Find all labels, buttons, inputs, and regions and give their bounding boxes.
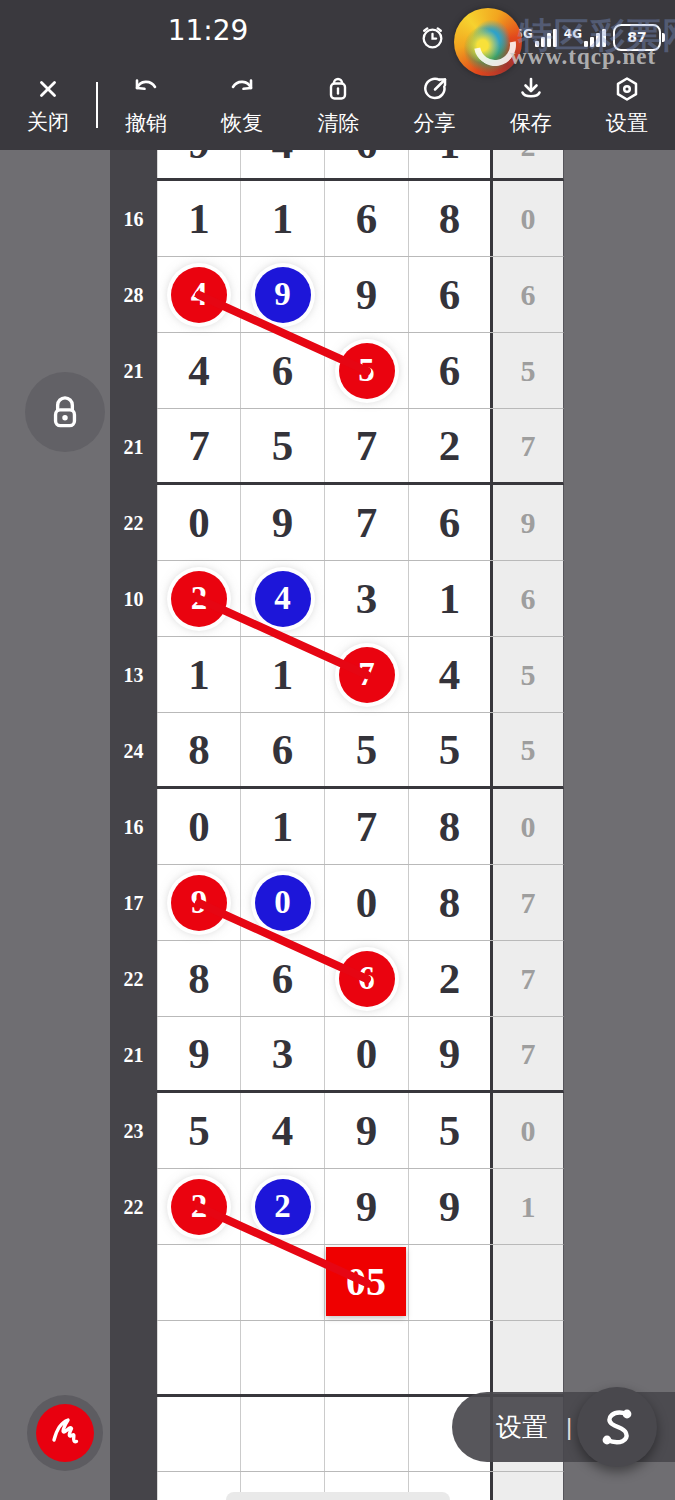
chart-row: 2486555	[110, 713, 563, 789]
tail-digit: 0	[521, 204, 536, 234]
cell-digit: 1	[188, 653, 210, 696]
digit-cell: 1	[241, 789, 325, 864]
digit-cell: 1	[241, 181, 325, 256]
cell-digit: 7	[356, 805, 378, 848]
blue-circle-annotation: 4	[255, 571, 311, 627]
cell-digit: 1	[272, 653, 294, 696]
cell-digit: 2	[439, 424, 461, 467]
digit-cell: 0	[241, 865, 325, 940]
chart-row: 2175727	[110, 409, 563, 485]
trend-chart-grid: 9461216116802849966214656521757272209769…	[110, 150, 563, 1500]
cell-digit: 4	[241, 150, 324, 165]
cell-digit: 8	[188, 957, 210, 1000]
tail-cell: 5	[493, 333, 563, 408]
digit-cell: 5	[157, 1093, 241, 1168]
tail-cell: 2	[493, 150, 563, 178]
cell-digit: 6	[272, 349, 294, 392]
lock-button[interactable]	[25, 372, 105, 452]
red-circle-annotation: 4	[171, 267, 227, 323]
digit-cell: 5	[325, 713, 409, 786]
cell-digit: 6	[272, 728, 294, 771]
chart-row: 2146565	[110, 333, 563, 409]
digit-cell: 1	[409, 561, 493, 636]
row-sum-label: 16	[110, 181, 157, 257]
cell-digit: 5	[356, 728, 378, 771]
cell-digit: 9	[356, 1185, 378, 1228]
pen-scribble-icon	[36, 1404, 94, 1462]
watermark-url: www.tqcp.net	[510, 44, 656, 70]
blue-circle-annotation: 9	[255, 267, 311, 323]
tail-digit: 0	[521, 1116, 536, 1146]
digit-cell: 8	[409, 789, 493, 864]
tail-cell	[493, 1321, 563, 1394]
digit-cell: 2	[409, 941, 493, 1016]
cell-digit: 6	[439, 273, 461, 316]
tail-digit: 7	[521, 1039, 536, 1069]
digit-cell: 6	[409, 333, 493, 408]
share-icon	[420, 74, 450, 104]
redo-icon	[227, 74, 257, 104]
chart-row: 1024316	[110, 561, 563, 637]
digit-cell: 2	[241, 1169, 325, 1244]
annotation-toolbar: 关闭 撤销 恢复	[0, 60, 675, 150]
digit-cell: 6	[241, 713, 325, 786]
chart-row: 1611680	[110, 181, 563, 257]
cell-digit: 7	[356, 501, 378, 544]
digit-cell: 8	[409, 865, 493, 940]
row-sum-label	[110, 150, 157, 181]
tail-cell: 7	[493, 1017, 563, 1090]
digit-cell: 0	[157, 485, 241, 560]
digit-cell: 9	[157, 150, 241, 178]
tail-cell: 7	[493, 941, 563, 1016]
cell-digit: 0	[356, 881, 378, 924]
chart-row: 94612	[110, 150, 563, 181]
red-circle-annotation: 6	[339, 951, 395, 1007]
digit-cell: 0	[325, 1017, 409, 1090]
bottom-scroll-hint	[226, 1492, 450, 1500]
digit-cell	[157, 1397, 241, 1471]
cell-digit: 5	[272, 424, 294, 467]
tail-digit: 9	[521, 508, 536, 538]
undo-button[interactable]: 撤销	[98, 60, 194, 150]
tail-cell: 9	[493, 485, 563, 560]
digit-cell: 7	[325, 789, 409, 864]
row-sum-label: 21	[110, 333, 157, 409]
cell-digit: 7	[356, 424, 378, 467]
cell-digit: 9	[439, 1032, 461, 1075]
row-sum-label	[110, 1321, 157, 1397]
digit-cell: 3	[325, 561, 409, 636]
tail-cell: 6	[493, 257, 563, 332]
settings-hex-icon	[612, 74, 642, 104]
tail-digit: 7	[521, 964, 536, 994]
red-circle-annotation: 5	[339, 343, 395, 399]
tail-digit: 5	[521, 356, 536, 386]
digit-cell	[157, 1321, 241, 1394]
digit-cell	[241, 1397, 325, 1471]
digit-cell: 7	[325, 485, 409, 560]
digit-cell: 9	[325, 1169, 409, 1244]
cell-digit: 8	[439, 805, 461, 848]
row-sum-label: 21	[110, 1017, 157, 1093]
cell-digit: 9	[356, 1109, 378, 1152]
digit-cell: 5	[325, 333, 409, 408]
trash-icon	[323, 74, 353, 104]
digit-cell: 6	[241, 333, 325, 408]
close-icon	[34, 75, 62, 103]
digit-cell: 6	[325, 181, 409, 256]
row-sum-label: 22	[110, 1169, 157, 1245]
digit-cell: 0	[325, 865, 409, 940]
highlight-box-05: 05	[326, 1247, 406, 1316]
row-sum-label	[110, 1245, 157, 1321]
digit-cell: 9	[325, 1093, 409, 1168]
cell-digit: 0	[356, 1032, 378, 1075]
row-sum-label: 16	[110, 789, 157, 865]
alarm-clock-icon	[419, 24, 446, 51]
digit-cell: 9	[409, 1017, 493, 1090]
digit-cell: 6	[325, 941, 409, 1016]
tail-cell: 5	[493, 713, 563, 786]
digit-cell: 3	[241, 1017, 325, 1090]
clock-time: 11:29	[158, 14, 258, 47]
digit-cell	[241, 1245, 325, 1320]
digit-cell: 5	[409, 1093, 493, 1168]
cell-digit: 9	[158, 150, 240, 165]
digit-cell: 2	[409, 409, 493, 482]
undo-icon	[131, 74, 161, 104]
digit-cell: 9	[409, 1169, 493, 1244]
digit-cell: 4	[241, 1093, 325, 1168]
digit-cell: 1	[157, 181, 241, 256]
cell-digit: 9	[272, 501, 294, 544]
tail-digit: 1	[521, 1192, 536, 1222]
cell-digit: 5	[439, 728, 461, 771]
spline-tool-button[interactable]	[577, 1387, 657, 1467]
tail-cell: 5	[493, 637, 563, 712]
cell-digit: 0	[188, 501, 210, 544]
row-sum-label: 22	[110, 941, 157, 1017]
cell-digit: 3	[272, 1032, 294, 1075]
cell-digit: 1	[439, 577, 461, 620]
cell-digit: 4	[439, 653, 461, 696]
cell-digit: 1	[272, 197, 294, 240]
tail-cell: 1	[493, 1169, 563, 1244]
row-sum-label	[110, 1397, 157, 1472]
digit-cell: 05	[325, 1245, 409, 1320]
cell-digit: 5	[188, 1109, 210, 1152]
digit-cell: 4	[409, 637, 493, 712]
digit-cell: 8	[157, 713, 241, 786]
blue-circle-annotation: 0	[255, 875, 311, 931]
lock-icon	[44, 391, 86, 433]
digit-cell: 6	[241, 941, 325, 1016]
row-sum-label: 21	[110, 409, 157, 485]
digit-cell	[325, 1321, 409, 1394]
chart-row: 1311745	[110, 637, 563, 713]
cell-digit: 6	[325, 150, 408, 165]
row-sum-label: 28	[110, 257, 157, 333]
row-sum-label: 24	[110, 713, 157, 789]
digit-cell: 1	[241, 637, 325, 712]
close-button[interactable]: 关闭	[0, 60, 96, 150]
red-circle-annotation: 2	[171, 1179, 227, 1235]
digit-cell: 7	[325, 637, 409, 712]
tail-digit: 6	[521, 584, 536, 614]
red-circle-annotation: 7	[339, 647, 395, 703]
digit-cell: 1	[409, 150, 493, 178]
settings-button[interactable]: 设置	[579, 60, 675, 150]
cell-digit: 2	[439, 957, 461, 1000]
row-sum-label: 17	[110, 865, 157, 941]
cell-digit: 6	[439, 349, 461, 392]
tail-cell: 0	[493, 181, 563, 256]
red-circle-annotation: 2	[171, 571, 227, 627]
cell-digit: 1	[188, 197, 210, 240]
cell-digit: 9	[439, 1185, 461, 1228]
redo-button[interactable]: 恢复	[194, 60, 290, 150]
cell-digit: 9	[356, 273, 378, 316]
cell-digit: 1	[409, 150, 490, 165]
tail-digit: 5	[521, 660, 536, 690]
digit-cell: 6	[325, 150, 409, 178]
row-sum-label: 23	[110, 1093, 157, 1169]
spline-icon	[593, 1403, 641, 1451]
row-sum-label: 13	[110, 637, 157, 713]
digit-cell: 4	[241, 150, 325, 178]
digit-cell: 4	[241, 561, 325, 636]
chart-row: 1790087	[110, 865, 563, 941]
digit-cell	[409, 1245, 493, 1320]
digit-cell: 9	[241, 485, 325, 560]
digit-cell: 4	[157, 333, 241, 408]
cell-digit: 4	[272, 1109, 294, 1152]
digit-cell	[241, 1321, 325, 1394]
tail-digit: 6	[521, 280, 536, 310]
digit-cell: 7	[325, 409, 409, 482]
digit-cell: 2	[157, 1169, 241, 1244]
tail-cell: 0	[493, 1093, 563, 1168]
cell-digit: 1	[272, 805, 294, 848]
tail-cell	[493, 1245, 563, 1320]
cell-digit: 7	[188, 424, 210, 467]
digit-cell: 7	[157, 409, 241, 482]
annotation-app-screen: 11:29 5G	[0, 0, 675, 1500]
cell-digit: 8	[439, 881, 461, 924]
red-circle-annotation: 9	[171, 875, 227, 931]
cell-digit: 6	[272, 957, 294, 1000]
cell-digit: 6	[439, 501, 461, 544]
digit-cell	[325, 1397, 409, 1471]
cell-digit: 3	[356, 577, 378, 620]
digit-cell: 9	[157, 865, 241, 940]
tail-cell: 7	[493, 409, 563, 482]
digit-cell	[409, 1321, 493, 1394]
digit-cell: 9	[325, 257, 409, 332]
tail-digit: 2	[493, 150, 563, 161]
chart-row: 2849966	[110, 257, 563, 333]
digit-cell: 5	[409, 713, 493, 786]
tail-digit: 7	[521, 431, 536, 461]
digit-cell: 9	[157, 1017, 241, 1090]
chart-row	[110, 1321, 563, 1397]
chart-row: 05	[110, 1245, 563, 1321]
cell-digit: 6	[356, 197, 378, 240]
tail-digit: 5	[521, 735, 536, 765]
share-button[interactable]: 分享	[387, 60, 483, 150]
download-icon	[516, 74, 546, 104]
digit-cell: 8	[157, 941, 241, 1016]
chart-row: 2286627	[110, 941, 563, 1017]
digit-cell: 5	[241, 409, 325, 482]
chart-row: 2193097	[110, 1017, 563, 1093]
tail-digit: 7	[521, 888, 536, 918]
cell-digit: 9	[188, 1032, 210, 1075]
blue-circle-annotation: 2	[255, 1179, 311, 1235]
tail-cell: 0	[493, 789, 563, 864]
cell-digit: 8	[188, 728, 210, 771]
row-sum-label: 10	[110, 561, 157, 637]
digit-cell	[157, 1245, 241, 1320]
digit-cell: 0	[157, 789, 241, 864]
chart-row: 2222991	[110, 1169, 563, 1245]
cell-digit: 5	[439, 1109, 461, 1152]
digit-cell: 4	[157, 257, 241, 332]
row-sum-label	[110, 1472, 157, 1500]
tail-cell: 6	[493, 561, 563, 636]
digit-cell: 6	[409, 485, 493, 560]
row-sum-label: 22	[110, 485, 157, 561]
cell-digit: 4	[188, 349, 210, 392]
digit-cell: 9	[241, 257, 325, 332]
digit-cell: 1	[157, 637, 241, 712]
pen-tool-button[interactable]	[27, 1395, 103, 1471]
tail-cell: 7	[493, 865, 563, 940]
digit-cell: 6	[409, 257, 493, 332]
clear-button[interactable]: 清除	[290, 60, 386, 150]
chart-row: 2209769	[110, 485, 563, 561]
tail-digit: 0	[521, 812, 536, 842]
chart-row: 2354950	[110, 1093, 563, 1169]
tail-cell	[493, 1472, 563, 1500]
chart-row: 1601780	[110, 789, 563, 865]
digit-cell: 2	[157, 561, 241, 636]
cell-digit: 0	[188, 805, 210, 848]
digit-cell: 8	[409, 181, 493, 256]
cell-digit: 8	[439, 197, 461, 240]
